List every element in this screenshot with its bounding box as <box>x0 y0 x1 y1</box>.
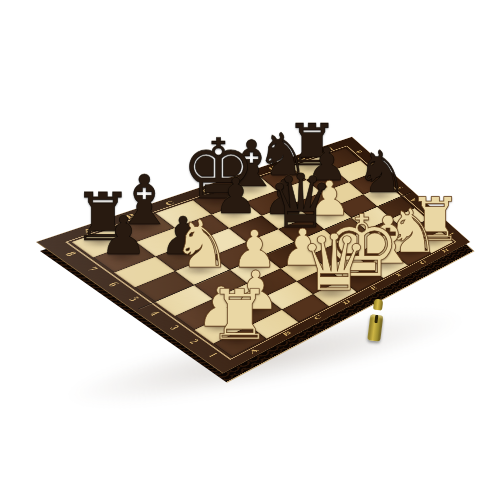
rank-label-text: 7 <box>369 162 378 167</box>
file-label-text: E <box>235 176 246 182</box>
file-label-text: C <box>313 314 323 321</box>
rank-label-text: 1 <box>206 351 220 359</box>
rank-label-text: 1 <box>448 231 456 236</box>
rank-label-text: 5 <box>396 186 405 191</box>
rank-label-text: 2 <box>435 220 443 225</box>
rank-label-text: 6 <box>106 280 122 287</box>
rank-label-text: 7 <box>84 265 100 272</box>
rank-label-text: 8 <box>63 250 80 257</box>
rank-label-text: 5 <box>127 295 142 302</box>
rank-label-text: 3 <box>422 209 431 214</box>
rank-label-text: 8 <box>355 149 365 154</box>
rank-label-text: 4 <box>147 310 162 318</box>
file-label-text: F <box>267 166 277 172</box>
file-label-text: A <box>248 347 260 354</box>
chess-set-photo: ABCDEFGH8877665544332211ABCDEFGH ♜♝♚♝♞♜♟… <box>0 0 500 500</box>
file-label-text: H <box>441 247 450 253</box>
file-label-text: D <box>341 299 351 306</box>
clasp-slot <box>374 315 378 323</box>
file-label-text: B <box>281 330 293 337</box>
clasp-hook <box>373 299 383 311</box>
file-label-text: F <box>395 272 403 278</box>
file-label-text: G <box>419 259 428 265</box>
rank-label-text: 3 <box>167 324 182 332</box>
file-label-text: E <box>369 285 378 291</box>
rank-label-text: 6 <box>382 174 391 179</box>
rank-label-text: 2 <box>187 337 201 345</box>
rank-label-text: 4 <box>409 197 418 202</box>
